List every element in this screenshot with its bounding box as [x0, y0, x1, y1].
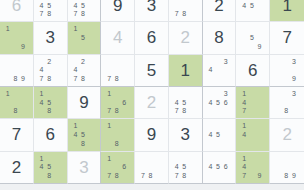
candidate-grid: 39	[270, 55, 304, 86]
candidate-digit: 8	[45, 107, 53, 116]
cell-value: 2	[147, 94, 156, 111]
candidate-digit: 4	[38, 162, 46, 171]
cell-r7c7[interactable]: 3456	[203, 87, 237, 119]
candidate-grid: 59	[236, 22, 269, 53]
cell-r8c6[interactable]: 3	[169, 119, 203, 151]
candidate-digit: 5	[79, 33, 87, 42]
candidate-grid: 14	[236, 119, 269, 150]
candidate-grid: 4578	[34, 0, 67, 21]
cell-value: 3	[79, 159, 88, 176]
sudoku-app-viewport: 6457845789378245119315462859789247824787…	[0, 0, 304, 190]
cell-r4c4[interactable]: 9	[101, 0, 135, 22]
candidate-digit: 1	[240, 121, 248, 130]
cell-r8c4[interactable]: 18	[101, 119, 135, 151]
candidate-digit: 4	[38, 1, 46, 10]
candidate-digit: 5	[248, 33, 256, 42]
candidate-digit: 3	[222, 57, 230, 66]
cell-r4c6[interactable]: 78	[169, 0, 203, 22]
cell-r6c5[interactable]: 5	[135, 55, 169, 87]
candidate-digit: 4	[173, 162, 181, 171]
cell-r9c3[interactable]: 3	[68, 152, 102, 184]
candidate-grid: 18	[0, 87, 33, 118]
candidate-digit: 8	[45, 171, 53, 180]
cell-value: 9	[147, 126, 156, 143]
candidate-digit: 7	[139, 171, 147, 180]
cell-r4c8[interactable]: 45	[236, 0, 270, 22]
candidate-digit: 5	[248, 1, 256, 10]
candidate-digit: 7	[38, 74, 46, 83]
candidate-digit: 5	[214, 98, 222, 107]
candidate-digit: 4	[38, 98, 46, 107]
candidate-digit: 5	[45, 162, 53, 171]
candidate-digit: 9	[290, 171, 298, 180]
cell-r5c9[interactable]: 7	[270, 22, 304, 54]
cell-value: 3	[45, 29, 54, 46]
candidate-digit: 6	[121, 162, 129, 171]
cell-r8c8[interactable]: 14	[236, 119, 270, 151]
cell-r8c7[interactable]: 45	[203, 119, 237, 151]
candidate-digit: 1	[105, 89, 113, 98]
candidate-digit: 4	[207, 65, 215, 74]
cell-value: 8	[214, 29, 223, 46]
cell-value: 1	[181, 62, 190, 79]
candidate-digit: 1	[38, 89, 46, 98]
cell-r8c1[interactable]: 7	[0, 119, 34, 151]
candidate-digit: 5	[214, 162, 222, 171]
candidate-digit: 4	[240, 1, 248, 10]
candidate-digit: 1	[4, 89, 12, 98]
candidate-digit: 7	[173, 171, 181, 180]
cell-r5c4[interactable]: 4	[101, 22, 135, 54]
candidate-digit: 4	[207, 162, 215, 171]
cell-r8c2[interactable]: 6	[34, 119, 68, 151]
candidate-digit: 1	[105, 121, 113, 130]
candidate-grid: 89	[270, 152, 304, 183]
candidate-digit: 1	[240, 154, 248, 163]
candidate-digit: 8	[282, 171, 290, 180]
candidate-grid: 2478	[68, 55, 101, 86]
candidate-digit: 2	[79, 57, 87, 66]
candidate-digit: 7	[173, 10, 181, 19]
candidate-digit: 8	[113, 171, 121, 180]
candidate-grid: 1458	[68, 119, 101, 150]
cell-r7c2[interactable]: 1458	[34, 87, 68, 119]
candidate-digit: 5	[45, 1, 53, 10]
candidate-digit: 9	[256, 171, 264, 180]
candidate-grid: 1678	[101, 152, 134, 183]
cell-r4c9[interactable]: 1	[270, 0, 304, 22]
cell-value: 6	[147, 29, 156, 46]
cell-r7c6[interactable]: 4578	[169, 87, 203, 119]
candidate-digit: 7	[72, 10, 80, 19]
cell-r7c3[interactable]: 9	[68, 87, 102, 119]
cell-r5c5[interactable]: 6	[135, 22, 169, 54]
candidate-digit: 3	[222, 89, 230, 98]
candidate-digit: 4	[173, 98, 181, 107]
candidate-digit: 1	[240, 89, 248, 98]
cell-r5c7[interactable]: 8	[203, 22, 237, 54]
cell-value: 6	[12, 0, 21, 14]
candidate-grid: 45	[203, 119, 236, 150]
candidate-digit: 4	[207, 98, 215, 107]
candidate-digit: 5	[214, 130, 222, 139]
candidate-digit: 7	[105, 107, 113, 116]
candidate-digit: 4	[72, 65, 80, 74]
candidate-grid: 1458	[34, 87, 67, 118]
cell-value: 2	[12, 159, 21, 176]
cell-r8c3[interactable]: 1458	[68, 119, 102, 151]
cell-r5c2[interactable]: 3	[34, 22, 68, 54]
candidate-digit: 8	[113, 107, 121, 116]
candidate-digit: 7	[105, 74, 113, 83]
candidate-digit: 7	[240, 107, 248, 116]
cell-value: 7	[12, 126, 21, 143]
cell-value: 2	[214, 0, 223, 14]
candidate-digit: 4	[207, 130, 215, 139]
candidate-digit: 7	[173, 107, 181, 116]
cell-r8c9[interactable]: 2	[270, 119, 304, 151]
candidate-digit: 5	[45, 98, 53, 107]
cell-r7c4[interactable]: 1678	[101, 87, 135, 119]
cell-value: 2	[181, 29, 190, 46]
cell-r8c5[interactable]: 9	[135, 119, 169, 151]
candidate-digit: 5	[79, 130, 87, 139]
candidate-digit: 9	[19, 42, 27, 51]
cell-r9c2[interactable]: 1458	[34, 152, 68, 184]
candidate-digit: 7	[105, 171, 113, 180]
candidate-grid: 45	[236, 0, 269, 21]
candidate-digit: 6	[121, 98, 129, 107]
cell-r7c8[interactable]: 147	[236, 87, 270, 119]
candidate-digit: 8	[180, 107, 188, 116]
cell-value: 9	[79, 94, 88, 111]
cell-r6c7[interactable]: 34	[203, 55, 237, 87]
candidate-digit: 4	[240, 98, 248, 107]
candidate-grid: 4578	[68, 0, 101, 21]
candidate-grid: 15	[68, 22, 101, 53]
cell-r4c1[interactable]: 6	[0, 0, 34, 22]
page-background	[0, 184, 304, 190]
cell-value: 3	[181, 126, 190, 143]
candidate-digit: 9	[256, 42, 264, 51]
cell-r9c8[interactable]: 1479	[236, 152, 270, 184]
candidate-digit: 8	[180, 10, 188, 19]
cell-value: 2	[282, 126, 291, 143]
cell-value: 6	[45, 126, 54, 143]
cell-value: 7	[282, 29, 291, 46]
candidate-grid: 1458	[34, 152, 67, 183]
candidate-digit: 7	[72, 74, 80, 83]
candidate-digit: 7	[38, 10, 46, 19]
cell-r5c1[interactable]: 19	[0, 22, 34, 54]
cell-value: 1	[282, 0, 291, 14]
candidate-digit: 3	[290, 57, 298, 66]
candidate-digit: 8	[180, 171, 188, 180]
candidate-digit: 1	[4, 24, 12, 33]
candidate-digit: 4	[38, 65, 46, 74]
candidate-digit: 8	[12, 74, 20, 83]
candidate-digit: 4	[72, 130, 80, 139]
candidate-digit: 1	[105, 154, 113, 163]
candidate-digit: 5	[79, 1, 87, 10]
candidate-grid: 78	[135, 152, 168, 183]
cell-r7c5[interactable]: 2	[135, 87, 169, 119]
candidate-grid: 456	[203, 152, 236, 183]
candidate-digit: 1	[72, 121, 80, 130]
cell-r7c9[interactable]: 38	[270, 87, 304, 119]
cell-r9c4[interactable]: 1678	[101, 152, 135, 184]
cell-r6c8[interactable]: 6	[236, 55, 270, 87]
candidate-digit: 5	[180, 162, 188, 171]
candidate-grid: 1678	[101, 87, 134, 118]
candidate-grid: 78	[169, 0, 202, 21]
candidate-grid: 18	[101, 119, 134, 150]
candidate-grid: 34	[203, 55, 236, 86]
candidate-digit: 9	[19, 74, 27, 83]
candidate-grid: 78	[101, 55, 134, 86]
candidate-digit: 8	[79, 74, 87, 83]
cell-value: 6	[248, 62, 257, 79]
candidate-digit: 3	[290, 89, 298, 98]
cell-r5c3[interactable]: 15	[68, 22, 102, 54]
cell-r6c4[interactable]: 78	[101, 55, 135, 87]
cell-value: 5	[147, 62, 156, 79]
candidate-digit: 4	[72, 1, 80, 10]
cell-r5c6[interactable]: 2	[169, 22, 203, 54]
candidate-digit: 8	[45, 10, 53, 19]
candidate-digit: 6	[222, 98, 230, 107]
cell-r9c1[interactable]: 2	[0, 152, 34, 184]
candidate-digit: 8	[45, 74, 53, 83]
candidate-digit: 8	[282, 107, 290, 116]
candidate-digit: 8	[79, 10, 87, 19]
candidate-digit: 2	[45, 57, 53, 66]
candidate-digit: 8	[113, 139, 121, 148]
candidate-grid: 19	[0, 22, 33, 53]
candidate-digit: 1	[38, 154, 46, 163]
candidate-digit: 8	[79, 139, 87, 148]
candidate-digit: 7	[240, 171, 248, 180]
cell-value: 3	[147, 0, 156, 14]
cell-r6c6[interactable]: 1	[169, 55, 203, 87]
cell-r9c7[interactable]: 456	[203, 152, 237, 184]
cell-r4c3[interactable]: 4578	[68, 0, 102, 22]
cell-r6c9[interactable]: 39	[270, 55, 304, 87]
cell-r6c2[interactable]: 2478	[34, 55, 68, 87]
cell-r5c8[interactable]: 59	[236, 22, 270, 54]
candidate-digit: 1	[72, 24, 80, 33]
cell-r7c1[interactable]: 18	[0, 87, 34, 119]
cell-value: 9	[113, 0, 122, 14]
cell-r9c9[interactable]: 89	[270, 152, 304, 184]
cell-r4c2[interactable]: 4578	[34, 0, 68, 22]
sudoku-board: 6457845789378245119315462859789247824787…	[0, 0, 304, 184]
candidate-grid: 4578	[169, 87, 202, 118]
candidate-digit: 8	[12, 107, 20, 116]
candidate-grid: 1479	[236, 152, 269, 183]
cell-r6c1[interactable]: 89	[0, 55, 34, 87]
cell-r4c7[interactable]: 2	[203, 0, 237, 22]
cell-r9c6[interactable]: 4578	[169, 152, 203, 184]
candidate-digit: 9	[290, 74, 298, 83]
candidate-grid: 4578	[169, 152, 202, 183]
candidate-digit: 6	[222, 162, 230, 171]
candidate-digit: 8	[113, 74, 121, 83]
cell-r6c3[interactable]: 2478	[68, 55, 102, 87]
candidate-grid: 2478	[34, 55, 67, 86]
candidate-digit: 4	[240, 162, 248, 171]
cell-value: 4	[113, 29, 122, 46]
candidate-digit: 8	[147, 171, 155, 180]
candidate-digit: 5	[180, 98, 188, 107]
cell-r9c5[interactable]: 78	[135, 152, 169, 184]
candidate-grid: 89	[0, 55, 33, 86]
candidate-grid: 147	[236, 87, 269, 118]
candidate-grid: 3456	[203, 87, 236, 118]
candidate-grid: 38	[270, 87, 304, 118]
cell-r4c5[interactable]: 3	[135, 0, 169, 22]
candidate-digit: 4	[240, 130, 248, 139]
